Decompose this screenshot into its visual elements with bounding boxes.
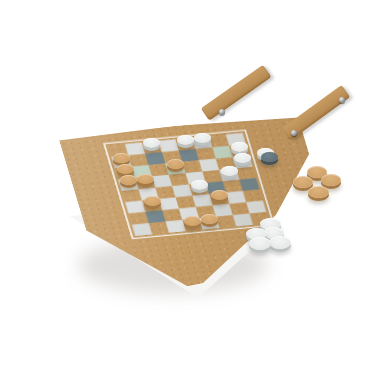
board-square-a4 — [122, 189, 142, 202]
checker-piece-white — [269, 236, 291, 249]
checker-piece-cork — [293, 176, 313, 188]
checker-piece-cork — [308, 186, 329, 198]
checker-piece-white — [234, 153, 251, 163]
checker-piece-slate — [261, 152, 278, 162]
carry-strap-left — [201, 65, 272, 121]
checker-piece-white — [177, 135, 194, 145]
board-square-b8 — [125, 142, 145, 155]
board-square-c2 — [162, 209, 182, 222]
checker-piece-cork — [144, 196, 161, 206]
board-square-c5 — [152, 175, 172, 188]
board-square-d4 — [172, 184, 192, 197]
board-square-d3 — [176, 196, 196, 209]
board-square-c7 — [145, 152, 165, 165]
board-square-g7 — [212, 146, 232, 159]
board-square-f7 — [196, 147, 216, 160]
board-square-h4 — [239, 178, 259, 191]
checker-piece-cork — [184, 216, 201, 226]
board-square-a3 — [125, 200, 145, 213]
checker-piece-white — [191, 180, 208, 190]
rivet-right-strap-base — [291, 130, 297, 136]
board-square-b1 — [149, 221, 169, 234]
board-square-h3 — [243, 189, 263, 202]
board-square-f6 — [199, 159, 219, 172]
checker-piece-cork — [137, 174, 154, 184]
board-square-f1 — [216, 215, 236, 228]
board-square-g3 — [226, 191, 246, 204]
board-square-e6 — [182, 160, 202, 173]
board-square-e3 — [192, 194, 212, 207]
board-square-c6 — [149, 163, 169, 176]
checker-piece-cork — [321, 174, 341, 186]
board-square-c3 — [159, 197, 179, 210]
rivet-right-strap-top — [339, 97, 345, 103]
board-square-g2 — [229, 202, 249, 215]
checker-piece-cork — [117, 164, 134, 174]
checker-piece-white — [231, 142, 248, 152]
checker-piece-white — [221, 166, 238, 176]
checker-piece-cork — [113, 153, 130, 163]
board-square-a1 — [132, 223, 152, 236]
board-square-g8 — [209, 134, 229, 147]
board-square-b2 — [145, 210, 165, 223]
checker-piece-white — [249, 237, 271, 250]
checker-piece-cork — [211, 190, 228, 200]
board-square-h5 — [236, 167, 256, 180]
product-photo-checkers-cork-mat — [0, 0, 376, 376]
checker-piece-cork — [201, 214, 218, 224]
board-square-c1 — [166, 220, 186, 233]
board-square-d8 — [159, 139, 179, 152]
board-square-d5 — [169, 173, 189, 186]
board-square-h2 — [246, 201, 266, 214]
rivet-left-strap — [219, 109, 225, 115]
board-square-a2 — [129, 212, 149, 225]
board-square-g1 — [233, 213, 253, 226]
